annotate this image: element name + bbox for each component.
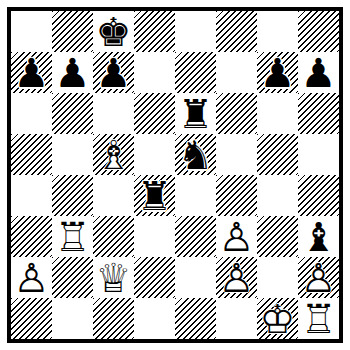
square-e8[interactable] [175,11,216,52]
square-e1[interactable] [175,298,216,339]
square-f6[interactable] [216,93,257,134]
square-f2[interactable]: ♟♙ [216,257,257,298]
black-rook: ♜ [175,93,216,134]
square-c3[interactable] [93,216,134,257]
square-a3[interactable] [11,216,52,257]
square-g8[interactable] [257,11,298,52]
square-b8[interactable] [52,11,93,52]
white-pawn-glyph: ♙ [11,257,52,298]
white-queen: ♛♕ [93,257,134,298]
square-b2[interactable] [52,257,93,298]
square-f4[interactable] [216,175,257,216]
black-pawn: ♟ [298,52,339,93]
square-h2[interactable]: ♟♙ [298,257,339,298]
square-d5[interactable] [134,134,175,175]
black-bishop-glyph: ♝ [298,216,339,257]
white-pawn: ♟♙ [11,257,52,298]
square-e4[interactable] [175,175,216,216]
white-bishop-glyph: ♗ [93,134,134,175]
square-b3[interactable]: ♜♖ [52,216,93,257]
square-c2[interactable]: ♛♕ [93,257,134,298]
black-rook-glyph: ♜ [175,93,216,134]
square-e7[interactable] [175,52,216,93]
square-e6[interactable]: ♜ [175,93,216,134]
black-rook: ♜ [134,175,175,216]
square-e5[interactable]: ♞ [175,134,216,175]
square-f3[interactable]: ♟♙ [216,216,257,257]
square-b7[interactable]: ♟ [52,52,93,93]
white-rook-glyph: ♖ [52,216,93,257]
black-pawn-glyph: ♟ [257,52,298,93]
square-e2[interactable] [175,257,216,298]
white-pawn-glyph: ♙ [216,257,257,298]
black-pawn: ♟ [11,52,52,93]
square-g4[interactable] [257,175,298,216]
square-c7[interactable]: ♟ [93,52,134,93]
black-king: ♚ [93,11,134,52]
square-a1[interactable] [11,298,52,339]
square-d8[interactable] [134,11,175,52]
white-pawn-glyph: ♙ [216,216,257,257]
square-g7[interactable]: ♟ [257,52,298,93]
board-frame: ♚♟♟♟♟♟♜♝♗♞♜♜♖♟♙♝♟♙♛♕♟♙♟♙♚♔♜♖ [7,7,343,343]
black-king-glyph: ♚ [93,11,134,52]
square-h8[interactable] [298,11,339,52]
black-bishop: ♝ [298,216,339,257]
square-b6[interactable] [52,93,93,134]
square-c8[interactable]: ♚ [93,11,134,52]
square-f5[interactable] [216,134,257,175]
black-pawn-glyph: ♟ [52,52,93,93]
white-rook: ♜♖ [52,216,93,257]
square-a6[interactable] [11,93,52,134]
square-c4[interactable] [93,175,134,216]
white-king: ♚♔ [257,298,298,339]
square-d1[interactable] [134,298,175,339]
white-pawn: ♟♙ [216,216,257,257]
square-g6[interactable] [257,93,298,134]
white-pawn-glyph: ♙ [298,257,339,298]
black-rook-glyph: ♜ [134,175,175,216]
black-pawn: ♟ [257,52,298,93]
square-e3[interactable] [175,216,216,257]
square-h3[interactable]: ♝ [298,216,339,257]
square-f1[interactable] [216,298,257,339]
square-c1[interactable] [93,298,134,339]
square-c6[interactable] [93,93,134,134]
black-pawn: ♟ [52,52,93,93]
square-b4[interactable] [52,175,93,216]
square-f8[interactable] [216,11,257,52]
black-pawn-glyph: ♟ [11,52,52,93]
square-a4[interactable] [11,175,52,216]
square-b1[interactable] [52,298,93,339]
square-h7[interactable]: ♟ [298,52,339,93]
square-d7[interactable] [134,52,175,93]
white-pawn: ♟♙ [216,257,257,298]
square-g1[interactable]: ♚♔ [257,298,298,339]
square-d4[interactable]: ♜ [134,175,175,216]
square-d2[interactable] [134,257,175,298]
white-bishop: ♝♗ [93,134,134,175]
white-rook-glyph: ♖ [298,298,339,339]
white-rook: ♜♖ [298,298,339,339]
black-knight: ♞ [175,134,216,175]
square-f7[interactable] [216,52,257,93]
square-h4[interactable] [298,175,339,216]
square-a8[interactable] [11,11,52,52]
square-c5[interactable]: ♝♗ [93,134,134,175]
black-knight-glyph: ♞ [175,134,216,175]
square-h6[interactable] [298,93,339,134]
square-g5[interactable] [257,134,298,175]
square-a5[interactable] [11,134,52,175]
black-pawn-glyph: ♟ [298,52,339,93]
square-a7[interactable]: ♟ [11,52,52,93]
square-g2[interactable] [257,257,298,298]
white-king-glyph: ♔ [257,298,298,339]
square-h1[interactable]: ♜♖ [298,298,339,339]
square-h5[interactable] [298,134,339,175]
square-b5[interactable] [52,134,93,175]
white-queen-glyph: ♕ [93,257,134,298]
square-d6[interactable] [134,93,175,134]
chess-board: ♚♟♟♟♟♟♜♝♗♞♜♜♖♟♙♝♟♙♛♕♟♙♟♙♚♔♜♖ [11,11,339,339]
square-a2[interactable]: ♟♙ [11,257,52,298]
white-pawn: ♟♙ [298,257,339,298]
square-g3[interactable] [257,216,298,257]
square-d3[interactable] [134,216,175,257]
black-pawn: ♟ [93,52,134,93]
black-pawn-glyph: ♟ [93,52,134,93]
